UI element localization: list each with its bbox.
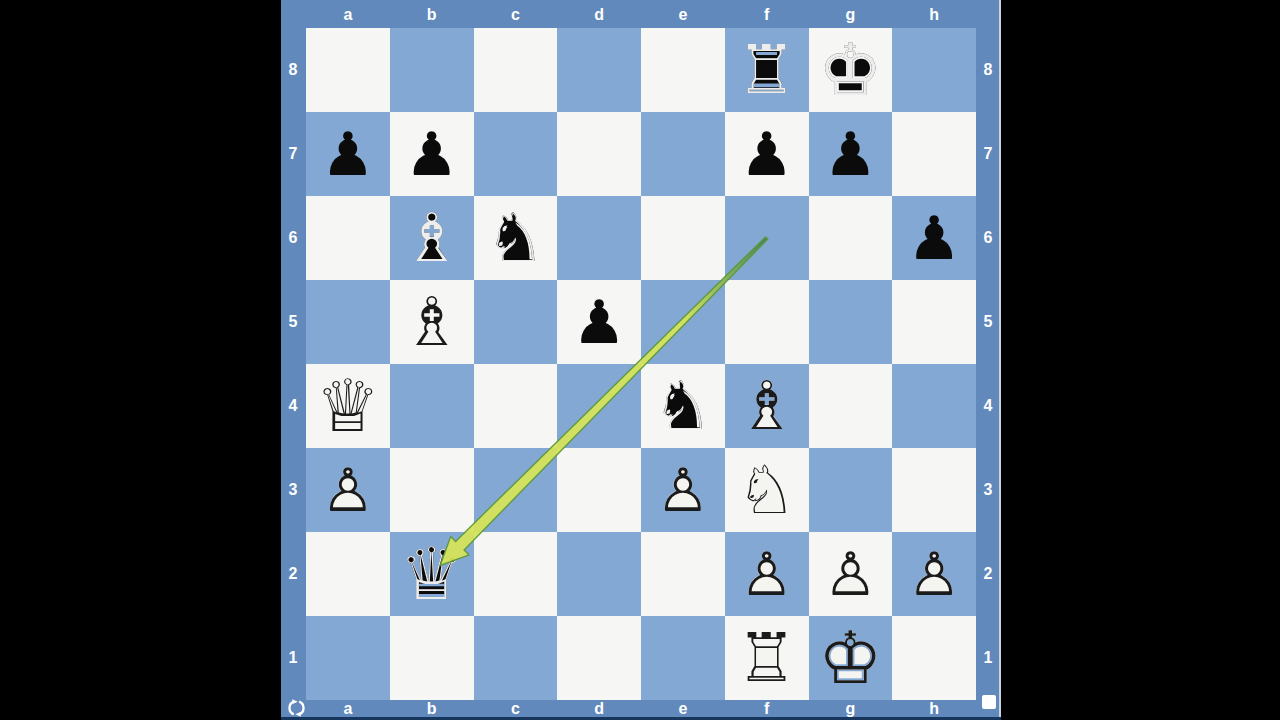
square-g3[interactable] xyxy=(809,448,893,532)
square-g4[interactable] xyxy=(809,364,893,448)
square-a1[interactable] xyxy=(306,616,390,700)
square-g2[interactable]: ♟♙ xyxy=(809,532,893,616)
square-c8[interactable] xyxy=(474,28,558,112)
file-label-bottom-h: h xyxy=(929,700,939,718)
square-f7[interactable]: ♟ xyxy=(725,112,809,196)
square-c5[interactable] xyxy=(474,280,558,364)
square-f8[interactable]: ♜♖ xyxy=(725,28,809,112)
square-c4[interactable] xyxy=(474,364,558,448)
piece-wR: ♜ xyxy=(725,616,809,700)
square-f5[interactable] xyxy=(725,280,809,364)
piece-outline-wK: ♔ xyxy=(809,616,893,700)
square-b5[interactable]: ♝♗ xyxy=(390,280,474,364)
square-d8[interactable] xyxy=(557,28,641,112)
rank-label-left-7: 7 xyxy=(289,145,298,163)
piece-wP: ♟ xyxy=(725,532,809,616)
piece-wP: ♟ xyxy=(892,532,976,616)
piece-wQ: ♛ xyxy=(306,364,390,448)
piece-wB: ♝ xyxy=(725,364,809,448)
piece-outline-bN: ♘ xyxy=(641,364,725,448)
piece-wB: ♝ xyxy=(390,280,474,364)
piece-bP: ♟ xyxy=(725,112,809,196)
piece-bB: ♝ xyxy=(390,196,474,280)
rank-label-right-4: 4 xyxy=(984,397,993,415)
square-b8[interactable] xyxy=(390,28,474,112)
rank-label-right-6: 6 xyxy=(984,229,993,247)
rank-label-left-8: 8 xyxy=(289,61,298,79)
piece-outline-wN: ♘ xyxy=(725,448,809,532)
square-e3[interactable]: ♟♙ xyxy=(641,448,725,532)
piece-bQ: ♛ xyxy=(390,532,474,616)
square-e8[interactable] xyxy=(641,28,725,112)
file-label-bottom-b: b xyxy=(427,700,437,718)
square-g6[interactable] xyxy=(809,196,893,280)
piece-outline-bN: ♘ xyxy=(474,196,558,280)
piece-outline-wP: ♙ xyxy=(641,448,725,532)
file-label-top-d: d xyxy=(594,6,604,24)
square-h5[interactable] xyxy=(892,280,976,364)
square-b1[interactable] xyxy=(390,616,474,700)
stop-icon[interactable] xyxy=(982,695,996,709)
rank-label-left-3: 3 xyxy=(289,481,298,499)
rank-label-right-2: 2 xyxy=(984,565,993,583)
square-f4[interactable]: ♝♗ xyxy=(725,364,809,448)
square-d4[interactable] xyxy=(557,364,641,448)
piece-outline-wQ: ♕ xyxy=(306,364,390,448)
square-c6[interactable]: ♞♘ xyxy=(474,196,558,280)
chessboard-frame: ♜♖♚♔♟♟♟♟♝♗♞♘♟♝♗♟♛♕♞♘♝♗♟♙♟♙♞♘♛♕♟♙♟♙♟♙♜♖♚♔… xyxy=(281,0,1001,720)
square-d6[interactable] xyxy=(557,196,641,280)
square-b4[interactable] xyxy=(390,364,474,448)
file-label-bottom-a: a xyxy=(343,700,352,718)
square-d2[interactable] xyxy=(557,532,641,616)
square-b3[interactable] xyxy=(390,448,474,532)
piece-outline-wB: ♗ xyxy=(725,364,809,448)
square-c7[interactable] xyxy=(474,112,558,196)
file-label-top-c: c xyxy=(511,6,520,24)
piece-wK: ♚ xyxy=(809,616,893,700)
rank-label-left-1: 1 xyxy=(289,649,298,667)
square-a7[interactable]: ♟ xyxy=(306,112,390,196)
file-label-bottom-e: e xyxy=(678,700,687,718)
square-h2[interactable]: ♟♙ xyxy=(892,532,976,616)
rank-label-right-1: 1 xyxy=(984,649,993,667)
piece-outline-wP: ♙ xyxy=(306,448,390,532)
square-h1[interactable] xyxy=(892,616,976,700)
square-h7[interactable] xyxy=(892,112,976,196)
square-b2[interactable]: ♛♕ xyxy=(390,532,474,616)
square-d3[interactable] xyxy=(557,448,641,532)
square-f1[interactable]: ♜♖ xyxy=(725,616,809,700)
square-h6[interactable]: ♟ xyxy=(892,196,976,280)
square-b6[interactable]: ♝♗ xyxy=(390,196,474,280)
piece-outline-wB: ♗ xyxy=(390,280,474,364)
piece-outline-bK: ♔ xyxy=(809,28,893,112)
square-g5[interactable] xyxy=(809,280,893,364)
square-e4[interactable]: ♞♘ xyxy=(641,364,725,448)
square-f6[interactable] xyxy=(725,196,809,280)
piece-bP: ♟ xyxy=(809,112,893,196)
square-c2[interactable] xyxy=(474,532,558,616)
file-label-top-e: e xyxy=(678,6,687,24)
rank-label-left-4: 4 xyxy=(289,397,298,415)
square-g8[interactable]: ♚♔ xyxy=(809,28,893,112)
file-label-bottom-g: g xyxy=(845,700,855,718)
piece-outline-wR: ♖ xyxy=(725,616,809,700)
square-d5[interactable]: ♟ xyxy=(557,280,641,364)
square-e6[interactable] xyxy=(641,196,725,280)
piece-bN: ♞ xyxy=(641,364,725,448)
file-label-bottom-d: d xyxy=(594,700,604,718)
piece-outline-wP: ♙ xyxy=(725,532,809,616)
square-g1[interactable]: ♚♔ xyxy=(809,616,893,700)
square-c1[interactable] xyxy=(474,616,558,700)
piece-bP: ♟ xyxy=(892,196,976,280)
piece-wP: ♟ xyxy=(809,532,893,616)
square-b7[interactable]: ♟ xyxy=(390,112,474,196)
square-h4[interactable] xyxy=(892,364,976,448)
square-f3[interactable]: ♞♘ xyxy=(725,448,809,532)
piece-bN: ♞ xyxy=(474,196,558,280)
square-a4[interactable]: ♛♕ xyxy=(306,364,390,448)
file-label-top-h: h xyxy=(929,6,939,24)
file-label-top-f: f xyxy=(764,6,769,24)
rank-label-left-2: 2 xyxy=(289,565,298,583)
board: ♜♖♚♔♟♟♟♟♝♗♞♘♟♝♗♟♛♕♞♘♝♗♟♙♟♙♞♘♛♕♟♙♟♙♟♙♜♖♚♔ xyxy=(306,28,976,700)
square-h8[interactable] xyxy=(892,28,976,112)
square-c3[interactable] xyxy=(474,448,558,532)
square-e1[interactable] xyxy=(641,616,725,700)
piece-wN: ♞ xyxy=(725,448,809,532)
rank-label-right-7: 7 xyxy=(984,145,993,163)
file-label-bottom-c: c xyxy=(511,700,520,718)
piece-outline-bQ: ♕ xyxy=(390,532,474,616)
flip-board-icon[interactable] xyxy=(287,699,306,717)
square-f2[interactable]: ♟♙ xyxy=(725,532,809,616)
piece-bP: ♟ xyxy=(306,112,390,196)
square-a5[interactable] xyxy=(306,280,390,364)
piece-outline-wP: ♙ xyxy=(892,532,976,616)
piece-outline-wP: ♙ xyxy=(809,532,893,616)
rank-label-left-5: 5 xyxy=(289,313,298,331)
square-a2[interactable] xyxy=(306,532,390,616)
piece-bK: ♚ xyxy=(809,28,893,112)
rank-label-right-3: 3 xyxy=(984,481,993,499)
square-e2[interactable] xyxy=(641,532,725,616)
piece-wP: ♟ xyxy=(641,448,725,532)
frame-edge-right xyxy=(999,0,1001,720)
square-a8[interactable] xyxy=(306,28,390,112)
piece-bP: ♟ xyxy=(557,280,641,364)
piece-bP: ♟ xyxy=(390,112,474,196)
square-e7[interactable] xyxy=(641,112,725,196)
file-label-bottom-f: f xyxy=(764,700,769,718)
square-g7[interactable]: ♟ xyxy=(809,112,893,196)
piece-wP: ♟ xyxy=(306,448,390,532)
file-label-top-g: g xyxy=(845,6,855,24)
piece-outline-bB: ♗ xyxy=(390,196,474,280)
square-a3[interactable]: ♟♙ xyxy=(306,448,390,532)
rank-label-left-6: 6 xyxy=(289,229,298,247)
file-label-top-b: b xyxy=(427,6,437,24)
rank-label-right-5: 5 xyxy=(984,313,993,331)
square-d1[interactable] xyxy=(557,616,641,700)
video-frame: ♜♖♚♔♟♟♟♟♝♗♞♘♟♝♗♟♛♕♞♘♝♗♟♙♟♙♞♘♛♕♟♙♟♙♟♙♜♖♚♔… xyxy=(0,0,1280,720)
rank-label-right-8: 8 xyxy=(984,61,993,79)
file-label-top-a: a xyxy=(343,6,352,24)
square-a6[interactable] xyxy=(306,196,390,280)
piece-outline-bR: ♖ xyxy=(725,28,809,112)
square-e5[interactable] xyxy=(641,280,725,364)
square-d7[interactable] xyxy=(557,112,641,196)
piece-bR: ♜ xyxy=(725,28,809,112)
square-h3[interactable] xyxy=(892,448,976,532)
